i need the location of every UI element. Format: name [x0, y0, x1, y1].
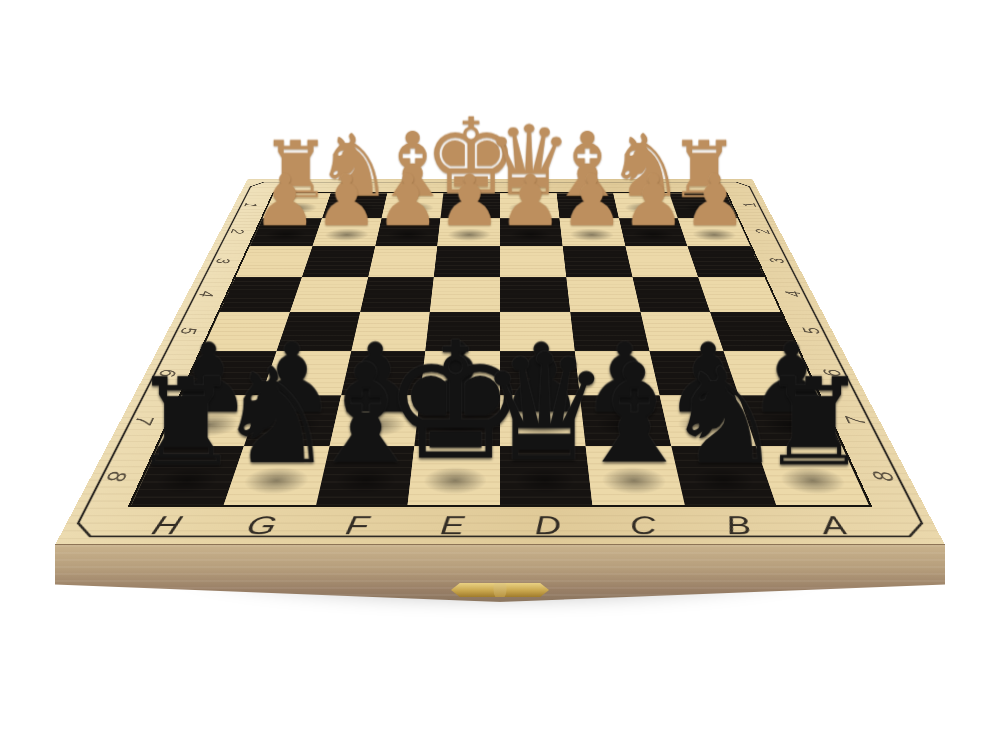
rank-label-left-3: 3	[186, 252, 259, 270]
square-f2[interactable]: ♟	[375, 218, 441, 246]
rank-label-left-5: 5	[146, 320, 230, 342]
rank-label-right-5: 5	[771, 320, 855, 342]
rank-label-right-8: 8	[831, 460, 937, 494]
square-c3[interactable]	[563, 246, 633, 277]
square-g3[interactable]	[302, 246, 375, 277]
white-pawn-f2[interactable]: ♟	[376, 165, 440, 236]
rank-label-right-2: 2	[729, 224, 798, 240]
square-e4[interactable]	[430, 277, 500, 312]
white-pawn-d2[interactable]: ♟	[499, 165, 563, 236]
square-e2[interactable]: ♟	[437, 218, 500, 246]
white-pawn-b2[interactable]: ♟	[622, 165, 686, 236]
rank-label-left-4: 4	[167, 284, 245, 304]
file-label-f: F	[305, 507, 407, 545]
rank-label-right-3: 3	[741, 252, 814, 270]
rank-label-right-4: 4	[755, 284, 833, 304]
white-pawn-g2[interactable]: ♟	[315, 165, 379, 236]
rank-label-left-1: 1	[217, 198, 282, 212]
white-pawn-e2[interactable]: ♟	[437, 165, 501, 236]
rank-label-left-7: 7	[94, 406, 192, 435]
square-d2[interactable]: ♟	[500, 218, 563, 246]
file-label-d: D	[500, 507, 598, 545]
photo-backdrop: 12345678 12345678 HGFEDCBA ♜♞♝♚♛♝♞♜♟♟♟♟♟…	[0, 0, 1000, 750]
square-c4[interactable]	[566, 277, 640, 312]
rank-label-right-7: 7	[808, 406, 906, 435]
rank-label-left-6: 6	[122, 360, 212, 385]
square-f4[interactable]	[360, 277, 434, 312]
file-label-e: E	[403, 507, 501, 545]
file-label-c: C	[593, 507, 695, 545]
square-b4[interactable]	[632, 277, 710, 312]
rank-label-right-1: 1	[717, 198, 782, 212]
brass-clasp[interactable]	[451, 583, 549, 597]
rank-label-left-8: 8	[62, 460, 168, 494]
square-g4[interactable]	[290, 277, 368, 312]
square-b2[interactable]: ♟	[619, 218, 688, 246]
white-pawn-c2[interactable]: ♟	[560, 165, 624, 236]
square-d3[interactable]	[500, 246, 566, 277]
square-f3[interactable]	[368, 246, 438, 277]
square-e3[interactable]	[434, 246, 500, 277]
chess-board: 12345678 12345678 HGFEDCBA ♜♞♝♚♛♝♞♜♟♟♟♟♟…	[55, 179, 945, 545]
file-label-b: B	[686, 507, 792, 545]
clasp-knob-icon	[494, 579, 507, 600]
square-c2[interactable]: ♟	[559, 218, 625, 246]
rank-label-left-2: 2	[202, 224, 271, 240]
square-b3[interactable]	[625, 246, 698, 277]
file-label-h: H	[110, 507, 221, 545]
square-d4[interactable]	[500, 277, 570, 312]
rank-label-right-6: 6	[788, 360, 878, 385]
file-labels-near-edge: HGFEDCBA	[110, 507, 890, 545]
square-g2[interactable]: ♟	[312, 218, 381, 246]
file-label-g: G	[208, 507, 314, 545]
file-label-a: A	[779, 507, 890, 545]
